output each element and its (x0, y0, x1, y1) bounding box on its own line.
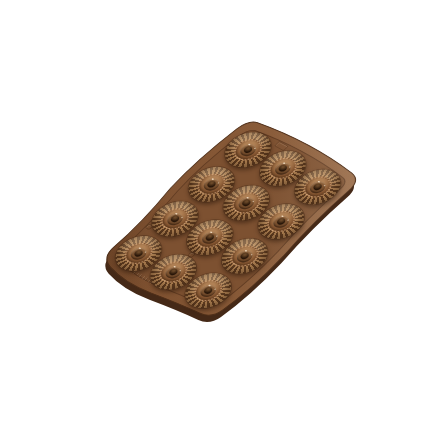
cavity-center-hole (202, 286, 214, 295)
cavity-top-ring (190, 223, 229, 252)
cavity-center-hole (242, 145, 254, 154)
cavity-collar (128, 245, 150, 261)
cavity-collar (164, 211, 186, 227)
cavity-center-hole (277, 164, 289, 173)
cavity-collar (197, 282, 219, 298)
cavity-center-hole (204, 233, 216, 242)
cavity-top-ring (188, 276, 227, 305)
cavity-center-hole (168, 268, 180, 277)
cavity-center-hole (275, 217, 287, 226)
cavity-collar (237, 142, 259, 158)
cavity-top-ring (298, 172, 337, 201)
cavity-center-hole (133, 249, 145, 258)
cavity-top-ring (225, 242, 264, 271)
cavity-collar (162, 264, 184, 280)
cavity-center-hole (239, 252, 251, 261)
cavity-collar (199, 229, 221, 245)
cavity-top-ring (154, 257, 193, 286)
product-photo (0, 0, 440, 440)
cavity-center-hole (206, 180, 218, 189)
cavity-top-ring (228, 135, 267, 164)
cavity-top-ring (192, 170, 231, 199)
cavity-top-ring (227, 188, 266, 217)
cavity-top-ring (155, 204, 194, 233)
cavity-collar (235, 195, 257, 211)
cavity-collar (200, 176, 222, 192)
chocolate-mold (90, 112, 368, 326)
cavity-collar (307, 179, 329, 195)
cavity-collar (234, 248, 256, 264)
cavity-collar (270, 213, 292, 229)
cavity-top-ring (119, 239, 158, 268)
cavity-collar (272, 160, 294, 176)
cavity-center-hole (241, 199, 253, 208)
cavity-top-ring (261, 207, 300, 236)
cavity-center-hole (312, 183, 324, 192)
cavity-top-ring (263, 154, 302, 183)
cavity-center-hole (169, 215, 181, 224)
